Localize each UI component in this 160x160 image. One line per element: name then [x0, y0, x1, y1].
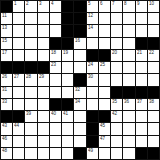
- cell-r12c11[interactable]: [123, 136, 134, 147]
- clue-number-29: 29: [39, 74, 44, 79]
- cell-r4c10[interactable]: [111, 38, 122, 49]
- cell-r2c10[interactable]: [111, 13, 122, 24]
- clue-number-35: 35: [112, 99, 117, 104]
- clue-number-3: 3: [39, 1, 42, 6]
- cell-r2c5[interactable]: [50, 13, 61, 24]
- clue-number-49: 49: [88, 148, 93, 153]
- clue-number-7: 7: [112, 1, 115, 6]
- cell-r11c4[interactable]: [38, 123, 49, 134]
- cell-r13c11[interactable]: [123, 148, 134, 159]
- cell-r10c13[interactable]: [148, 111, 159, 122]
- cell-r2c2[interactable]: [13, 13, 24, 24]
- cell-r5c2[interactable]: [13, 50, 24, 61]
- cell-r1c9[interactable]: 6: [99, 1, 110, 12]
- clue-number-17: 17: [2, 50, 7, 55]
- cell-r3c9[interactable]: [99, 25, 110, 36]
- cell-r12c7[interactable]: [74, 136, 85, 147]
- cell-r3c3[interactable]: [25, 25, 36, 36]
- black-cell-r9c5: [50, 99, 61, 110]
- cell-r11c6[interactable]: [62, 123, 73, 134]
- clue-number-16: 16: [75, 38, 80, 43]
- clue-number-11: 11: [2, 13, 7, 18]
- clue-number-20: 20: [112, 50, 117, 55]
- cell-r5c3[interactable]: [25, 50, 36, 61]
- cell-r8c4[interactable]: [38, 87, 49, 98]
- cell-r9c10[interactable]: 35: [111, 99, 122, 110]
- black-cell-r6c2: [13, 62, 24, 73]
- cell-r13c9[interactable]: [99, 148, 110, 159]
- clue-number-44: 44: [14, 123, 19, 128]
- cell-r3c1[interactable]: 13: [1, 25, 12, 36]
- clue-number-15: 15: [2, 38, 7, 43]
- cell-r4c11[interactable]: [123, 38, 134, 49]
- cell-r9c1[interactable]: 33: [1, 99, 12, 110]
- cell-r5c10[interactable]: 20: [111, 50, 122, 61]
- black-cell-r3c6: [62, 25, 73, 36]
- black-cell-r4c12: [136, 38, 147, 49]
- clue-number-43: 43: [2, 123, 7, 128]
- cell-r1c10[interactable]: 7: [111, 1, 122, 12]
- cell-r1c2[interactable]: 1: [13, 1, 24, 12]
- cell-r11c10[interactable]: [111, 123, 122, 134]
- cell-r12c12[interactable]: [136, 136, 147, 147]
- cell-r1c12[interactable]: 9: [136, 1, 147, 12]
- cell-r5c13[interactable]: 22: [148, 50, 159, 61]
- cell-r11c5[interactable]: [50, 123, 61, 134]
- cell-r8c1[interactable]: 31: [1, 87, 12, 98]
- cell-r13c4[interactable]: [38, 148, 49, 159]
- cell-r9c3[interactable]: [25, 99, 36, 110]
- cell-r7c13[interactable]: [148, 74, 159, 85]
- cell-r3c12[interactable]: [136, 25, 147, 36]
- cell-r2c13[interactable]: [148, 13, 159, 24]
- cell-r6c8[interactable]: 24: [87, 62, 98, 73]
- cell-r9c8[interactable]: [87, 99, 98, 110]
- black-cell-r8c12: [136, 87, 147, 98]
- cell-r7c1[interactable]: 26: [1, 74, 12, 85]
- cell-r7c10[interactable]: [111, 74, 122, 85]
- clue-number-8: 8: [124, 1, 127, 6]
- cell-r12c5[interactable]: [50, 136, 61, 147]
- cell-r1c4[interactable]: 3: [38, 1, 49, 12]
- cell-r3c5[interactable]: [50, 25, 61, 36]
- black-cell-r8c11: [123, 87, 134, 98]
- cell-r8c2[interactable]: [13, 87, 24, 98]
- cell-r7c8[interactable]: 30: [87, 74, 98, 85]
- cell-r13c6[interactable]: [62, 148, 73, 159]
- black-cell-r5c9: [99, 50, 110, 61]
- black-cell-r12c8: [87, 136, 98, 147]
- clue-number-47: 47: [100, 136, 105, 141]
- cell-r9c9[interactable]: [99, 99, 110, 110]
- cell-r5c12[interactable]: 21: [136, 50, 147, 61]
- black-cell-r10c1: [1, 111, 12, 122]
- cell-r10c12[interactable]: [136, 111, 147, 122]
- clue-number-40: 40: [51, 111, 56, 116]
- cell-r5c6[interactable]: 19: [62, 50, 73, 61]
- cell-r7c5[interactable]: [50, 74, 61, 85]
- cell-r8c3[interactable]: [25, 87, 36, 98]
- cell-r10c6[interactable]: 41: [62, 111, 73, 122]
- clue-number-27: 27: [14, 74, 19, 79]
- cell-r2c3[interactable]: [25, 13, 36, 24]
- clue-number-5: 5: [88, 1, 91, 6]
- black-cell-r7c7: [74, 74, 85, 85]
- clue-number-46: 46: [2, 136, 7, 141]
- cell-r2c8[interactable]: 12: [87, 13, 98, 24]
- clue-number-12: 12: [88, 13, 93, 18]
- cell-r9c7[interactable]: 34: [74, 99, 85, 110]
- cell-r12c4[interactable]: [38, 136, 49, 147]
- cell-r6c11[interactable]: [123, 62, 134, 73]
- cell-r12c9[interactable]: 47: [99, 136, 110, 147]
- cell-r3c4[interactable]: [38, 25, 49, 36]
- cell-r3c11[interactable]: [123, 25, 134, 36]
- cell-r4c4[interactable]: [38, 38, 49, 49]
- clue-number-1: 1: [14, 1, 17, 6]
- clue-number-24: 24: [88, 62, 93, 67]
- black-cell-r8c13: [148, 87, 159, 98]
- cell-r8c8[interactable]: [87, 87, 98, 98]
- cell-r1c8[interactable]: 5: [87, 1, 98, 12]
- cell-r5c5[interactable]: 18: [50, 50, 61, 61]
- black-cell-r13c7: [74, 148, 85, 159]
- black-cell-r1c7: [74, 1, 85, 12]
- black-cell-r6c3: [25, 62, 36, 73]
- black-cell-r5c8: [87, 50, 98, 61]
- cell-r7c9[interactable]: [99, 74, 110, 85]
- cell-r2c12[interactable]: [136, 13, 147, 24]
- cell-r3c10[interactable]: [111, 25, 122, 36]
- clue-number-34: 34: [75, 99, 80, 104]
- black-cell-r2c7: [74, 13, 85, 24]
- cell-r6c10[interactable]: [111, 62, 122, 73]
- cell-r8c6[interactable]: [62, 87, 73, 98]
- cell-r12c6[interactable]: [62, 136, 73, 147]
- black-cell-r3c7: [74, 25, 85, 36]
- clue-number-38: 38: [149, 99, 154, 104]
- cell-r11c11[interactable]: [123, 123, 134, 134]
- black-cell-r10c2: [13, 111, 24, 122]
- cell-r10c4[interactable]: [38, 111, 49, 122]
- clue-number-39: 39: [26, 111, 31, 116]
- cell-r10c5[interactable]: 40: [50, 111, 61, 122]
- cell-r4c2[interactable]: [13, 38, 24, 49]
- clue-number-28: 28: [26, 74, 31, 79]
- clue-number-18: 18: [51, 50, 56, 55]
- cell-r8c7[interactable]: 32: [74, 87, 85, 98]
- cell-r3c13[interactable]: [148, 25, 159, 36]
- cell-r1c5[interactable]: 4: [50, 1, 61, 12]
- clue-number-45: 45: [100, 123, 105, 128]
- cell-r7c4[interactable]: 29: [38, 74, 49, 85]
- cell-r7c2[interactable]: 27: [13, 74, 24, 85]
- clue-number-36: 36: [124, 99, 129, 104]
- cell-r6c12[interactable]: [136, 62, 147, 73]
- cell-r11c12[interactable]: [136, 123, 147, 134]
- cell-r12c1[interactable]: 46: [1, 136, 12, 147]
- cell-r6c13[interactable]: [148, 62, 159, 73]
- cell-r12c3[interactable]: [25, 136, 36, 147]
- cell-r2c1[interactable]: 11: [1, 13, 12, 24]
- black-cell-r9c6: [62, 99, 73, 110]
- cell-r11c3[interactable]: [25, 123, 36, 134]
- black-cell-r1c1: [1, 1, 12, 12]
- clue-number-19: 19: [63, 50, 68, 55]
- black-cell-r8c10: [111, 87, 122, 98]
- cell-r8c9[interactable]: [99, 87, 110, 98]
- black-cell-r1c6: [62, 1, 73, 12]
- cell-r9c4[interactable]: [38, 99, 49, 110]
- cell-r6c6[interactable]: [62, 62, 73, 73]
- clue-number-22: 22: [149, 50, 154, 55]
- cell-r4c1[interactable]: 15: [1, 38, 12, 49]
- black-cell-r6c1: [1, 62, 12, 73]
- clue-number-41: 41: [63, 111, 68, 116]
- clue-number-10: 10: [149, 1, 154, 6]
- black-cell-r13c12: [136, 148, 147, 159]
- clue-number-6: 6: [100, 1, 103, 6]
- cell-r1c3[interactable]: 2: [25, 1, 36, 12]
- clue-number-37: 37: [137, 99, 142, 104]
- cell-r7c6[interactable]: [62, 74, 73, 85]
- cell-r9c13[interactable]: 38: [148, 99, 159, 110]
- cell-r11c7[interactable]: [74, 123, 85, 134]
- cell-r10c10[interactable]: 42: [111, 111, 122, 122]
- black-cell-r10c9: [99, 111, 110, 122]
- cell-r3c8[interactable]: 14: [87, 25, 98, 36]
- clue-number-30: 30: [88, 74, 93, 79]
- cell-r2c9[interactable]: [99, 13, 110, 24]
- cell-r11c1[interactable]: 43: [1, 123, 12, 134]
- clue-number-25: 25: [100, 62, 105, 67]
- black-cell-r10c8: [87, 111, 98, 122]
- cell-r13c2[interactable]: [13, 148, 24, 159]
- cell-r6c5[interactable]: 23: [50, 62, 61, 73]
- cell-r2c4[interactable]: [38, 13, 49, 24]
- cell-r5c4[interactable]: [38, 50, 49, 61]
- cell-r10c11[interactable]: [123, 111, 134, 122]
- cell-r12c10[interactable]: [111, 136, 122, 147]
- black-cell-r4c6: [62, 38, 73, 49]
- cell-r1c11[interactable]: 8: [123, 1, 134, 12]
- clue-number-2: 2: [26, 1, 29, 6]
- cell-r1c13[interactable]: 10: [148, 1, 159, 12]
- cell-r10c3[interactable]: 39: [25, 111, 36, 122]
- cell-r9c12[interactable]: 37: [136, 99, 147, 110]
- clue-number-21: 21: [137, 50, 142, 55]
- clue-number-42: 42: [112, 111, 117, 116]
- black-cell-r4c13: [148, 38, 159, 49]
- clue-number-26: 26: [2, 74, 7, 79]
- cell-r5c1[interactable]: 17: [1, 50, 12, 61]
- cell-r12c13[interactable]: [148, 136, 159, 147]
- black-cell-r6c4: [38, 62, 49, 73]
- cell-r13c3[interactable]: [25, 148, 36, 159]
- cell-r4c7[interactable]: 16: [74, 38, 85, 49]
- clue-number-9: 9: [137, 1, 140, 6]
- cell-r7c11[interactable]: [123, 74, 134, 85]
- cell-r10c7[interactable]: [74, 111, 85, 122]
- clue-number-33: 33: [2, 99, 7, 104]
- clue-number-13: 13: [2, 25, 7, 30]
- cell-r9c2[interactable]: [13, 99, 24, 110]
- black-cell-r13c13: [148, 148, 159, 159]
- cell-r3c2[interactable]: [13, 25, 24, 36]
- cell-r11c13[interactable]: [148, 123, 159, 134]
- cell-r12c2[interactable]: [13, 136, 24, 147]
- cell-r7c12[interactable]: [136, 74, 147, 85]
- black-cell-r4c5: [50, 38, 61, 49]
- clue-number-32: 32: [75, 87, 80, 92]
- clue-number-23: 23: [51, 62, 56, 67]
- cell-r4c3[interactable]: [25, 38, 36, 49]
- cell-r8c5[interactable]: [50, 87, 61, 98]
- cell-r9c11[interactable]: 36: [123, 99, 134, 110]
- cell-r4c9[interactable]: [99, 38, 110, 49]
- black-cell-r2c6: [62, 13, 73, 24]
- cell-r13c1[interactable]: 48: [1, 148, 12, 159]
- cell-r13c10[interactable]: [111, 148, 122, 159]
- clue-number-14: 14: [88, 25, 93, 30]
- cell-r6c7[interactable]: [74, 62, 85, 73]
- crossword-board: 1234567891011121314151617181920212223242…: [0, 0, 160, 160]
- cell-r5c11[interactable]: [123, 50, 134, 61]
- cell-r11c9[interactable]: 45: [99, 123, 110, 134]
- cell-r7c3[interactable]: 28: [25, 74, 36, 85]
- cell-r13c8[interactable]: 49: [87, 148, 98, 159]
- cell-r11c2[interactable]: 44: [13, 123, 24, 134]
- cell-r13c5[interactable]: [50, 148, 61, 159]
- cell-r5c7[interactable]: [74, 50, 85, 61]
- cell-r6c9[interactable]: 25: [99, 62, 110, 73]
- black-cell-r11c8: [87, 123, 98, 134]
- clue-number-48: 48: [2, 148, 7, 153]
- clue-number-4: 4: [51, 1, 54, 6]
- cell-r2c11[interactable]: [123, 13, 134, 24]
- clue-number-31: 31: [2, 87, 7, 92]
- cell-r4c8[interactable]: [87, 38, 98, 49]
